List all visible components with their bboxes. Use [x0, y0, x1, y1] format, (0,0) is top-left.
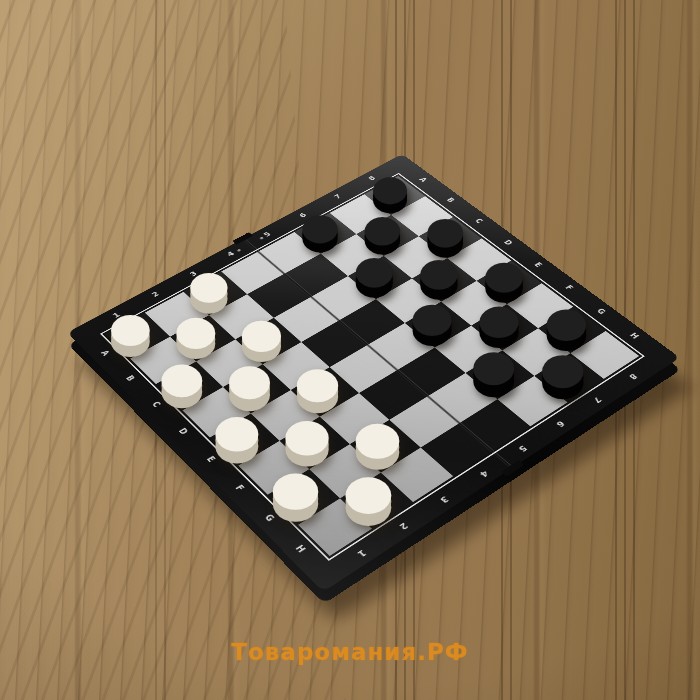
- piece-black-d7[interactable]: ●: [417, 253, 460, 292]
- piece-white-h2[interactable]: ●: [342, 467, 394, 515]
- rank-label-left-4: 4: [227, 251, 237, 258]
- piece-white-g3[interactable]: ●: [353, 414, 403, 460]
- piece-white-a3[interactable]: ●: [187, 266, 230, 305]
- piece-black-a8[interactable]: ●: [370, 170, 409, 206]
- file-label-bottom-F: F: [233, 484, 245, 493]
- piece-white-c3[interactable]: ●: [239, 312, 284, 353]
- file-label-top-E: E: [532, 262, 542, 269]
- rank-label-left-5: 5: [263, 231, 273, 238]
- file-label-bottom-E: E: [205, 455, 217, 463]
- file-label-top-C: C: [473, 218, 483, 225]
- rank-label-right-8: 8: [627, 372, 638, 380]
- rank-label-left-2: 2: [151, 291, 161, 298]
- piece-white-a1[interactable]: ●: [108, 307, 152, 348]
- piece-white-f2[interactable]: ●: [282, 411, 332, 456]
- piece-white-d2[interactable]: ●: [226, 359, 273, 402]
- rank-label-right-3: 3: [438, 494, 450, 503]
- file-label-top-H: H: [628, 332, 640, 340]
- rank-label-right-6: 6: [554, 419, 565, 427]
- file-label-top-A: A: [417, 177, 427, 183]
- photo-scene: ABCDEFGHABCDEFGH8765432187654321 ●●●●●●●…: [0, 0, 700, 700]
- file-label-top-D: D: [502, 239, 513, 246]
- piece-black-c8[interactable]: ●: [425, 211, 466, 249]
- file-label-top-G: G: [595, 308, 607, 316]
- file-label-bottom-B: B: [124, 375, 135, 383]
- file-label-top-F: F: [563, 285, 574, 292]
- piece-black-e6[interactable]: ●: [410, 296, 455, 337]
- piece-black-g6[interactable]: ●: [470, 345, 517, 388]
- piece-black-e8[interactable]: ●: [482, 255, 525, 294]
- rank-label-right-1: 1: [356, 548, 368, 558]
- piece-white-g1[interactable]: ●: [270, 464, 322, 512]
- file-label-bottom-H: H: [293, 544, 306, 554]
- rank-label-right-7: 7: [591, 395, 602, 403]
- piece-black-h7[interactable]: ●: [539, 347, 586, 390]
- rank-label-left-7: 7: [334, 194, 343, 200]
- piece-black-g8[interactable]: ●: [544, 301, 589, 343]
- hinge-pin: [236, 249, 241, 252]
- file-label-bottom-D: D: [176, 427, 188, 436]
- piece-white-e3[interactable]: ●: [294, 362, 341, 405]
- piece-black-b7[interactable]: ●: [362, 209, 403, 246]
- piece-black-a6[interactable]: ●: [300, 207, 340, 244]
- piece-white-e1[interactable]: ●: [212, 408, 261, 453]
- file-label-top-B: B: [445, 197, 455, 203]
- piece-black-f7[interactable]: ●: [476, 299, 521, 340]
- piece-white-c1[interactable]: ●: [159, 356, 206, 399]
- piece-black-c6[interactable]: ●: [353, 250, 396, 289]
- rank-label-right-4: 4: [478, 469, 489, 478]
- watermark-text: Товаромания.РФ: [231, 639, 468, 665]
- hinge-pin: [259, 237, 264, 240]
- rank-label-right-2: 2: [398, 521, 410, 530]
- piece-white-b2[interactable]: ●: [173, 310, 218, 351]
- rank-label-right-5: 5: [517, 443, 528, 452]
